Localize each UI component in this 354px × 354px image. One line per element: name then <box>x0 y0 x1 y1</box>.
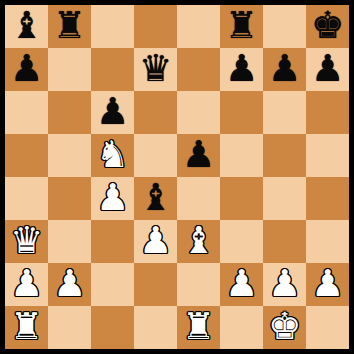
square-b4[interactable] <box>48 177 91 220</box>
square-a4[interactable] <box>5 177 48 220</box>
square-g6[interactable] <box>263 91 306 134</box>
square-e3[interactable]: ♝ <box>177 220 220 263</box>
piece-black-queen[interactable]: ♛ <box>139 47 172 90</box>
piece-black-rook[interactable]: ♜ <box>53 4 86 47</box>
piece-white-knight[interactable]: ♞ <box>96 133 129 176</box>
square-a3[interactable]: ♛ <box>5 220 48 263</box>
square-f1[interactable] <box>220 306 263 349</box>
piece-white-pawn[interactable]: ♟ <box>139 219 172 262</box>
square-g5[interactable] <box>263 134 306 177</box>
square-b5[interactable] <box>48 134 91 177</box>
square-d8[interactable] <box>134 5 177 48</box>
chess-board-frame: ♝♜♜♚♟♛♟♟♟♟♞♟♟♝♛♟♝♟♟♟♟♟♜♜♚ <box>0 0 354 354</box>
square-c4[interactable]: ♟ <box>91 177 134 220</box>
square-g4[interactable] <box>263 177 306 220</box>
square-h8[interactable]: ♚ <box>306 5 349 48</box>
square-g7[interactable]: ♟ <box>263 48 306 91</box>
square-b7[interactable] <box>48 48 91 91</box>
piece-white-rook[interactable]: ♜ <box>10 305 43 348</box>
square-h3[interactable] <box>306 220 349 263</box>
square-b3[interactable] <box>48 220 91 263</box>
square-c8[interactable] <box>91 5 134 48</box>
square-e1[interactable]: ♜ <box>177 306 220 349</box>
square-e4[interactable] <box>177 177 220 220</box>
square-g3[interactable] <box>263 220 306 263</box>
piece-white-pawn[interactable]: ♟ <box>96 176 129 219</box>
square-d4[interactable]: ♝ <box>134 177 177 220</box>
square-d2[interactable] <box>134 263 177 306</box>
square-f6[interactable] <box>220 91 263 134</box>
piece-white-pawn[interactable]: ♟ <box>225 262 258 305</box>
square-d5[interactable] <box>134 134 177 177</box>
square-e2[interactable] <box>177 263 220 306</box>
piece-white-pawn[interactable]: ♟ <box>268 262 301 305</box>
piece-white-queen[interactable]: ♛ <box>10 219 43 262</box>
square-b8[interactable]: ♜ <box>48 5 91 48</box>
square-g1[interactable]: ♚ <box>263 306 306 349</box>
square-a6[interactable] <box>5 91 48 134</box>
square-d6[interactable] <box>134 91 177 134</box>
square-h5[interactable] <box>306 134 349 177</box>
piece-black-king[interactable]: ♚ <box>311 4 344 47</box>
piece-black-bishop[interactable]: ♝ <box>10 4 43 47</box>
square-f8[interactable]: ♜ <box>220 5 263 48</box>
square-a2[interactable]: ♟ <box>5 263 48 306</box>
piece-white-pawn[interactable]: ♟ <box>53 262 86 305</box>
square-d1[interactable] <box>134 306 177 349</box>
square-c1[interactable] <box>91 306 134 349</box>
square-a1[interactable]: ♜ <box>5 306 48 349</box>
piece-white-king[interactable]: ♚ <box>268 305 301 348</box>
square-h2[interactable]: ♟ <box>306 263 349 306</box>
square-a5[interactable] <box>5 134 48 177</box>
piece-white-bishop[interactable]: ♝ <box>182 219 215 262</box>
square-c3[interactable] <box>91 220 134 263</box>
square-h4[interactable] <box>306 177 349 220</box>
square-e5[interactable]: ♟ <box>177 134 220 177</box>
piece-black-pawn[interactable]: ♟ <box>10 47 43 90</box>
square-c6[interactable]: ♟ <box>91 91 134 134</box>
piece-black-rook[interactable]: ♜ <box>225 4 258 47</box>
square-b2[interactable]: ♟ <box>48 263 91 306</box>
piece-black-pawn[interactable]: ♟ <box>311 47 344 90</box>
piece-white-pawn[interactable]: ♟ <box>10 262 43 305</box>
square-a8[interactable]: ♝ <box>5 5 48 48</box>
square-b6[interactable] <box>48 91 91 134</box>
piece-black-pawn[interactable]: ♟ <box>268 47 301 90</box>
square-c7[interactable] <box>91 48 134 91</box>
square-e7[interactable] <box>177 48 220 91</box>
piece-white-pawn[interactable]: ♟ <box>311 262 344 305</box>
square-d7[interactable]: ♛ <box>134 48 177 91</box>
square-f3[interactable] <box>220 220 263 263</box>
piece-black-pawn[interactable]: ♟ <box>225 47 258 90</box>
square-g2[interactable]: ♟ <box>263 263 306 306</box>
square-b1[interactable] <box>48 306 91 349</box>
square-d3[interactable]: ♟ <box>134 220 177 263</box>
square-f5[interactable] <box>220 134 263 177</box>
piece-black-pawn[interactable]: ♟ <box>96 90 129 133</box>
piece-white-rook[interactable]: ♜ <box>182 305 215 348</box>
piece-black-bishop[interactable]: ♝ <box>139 176 172 219</box>
square-h1[interactable] <box>306 306 349 349</box>
square-c2[interactable] <box>91 263 134 306</box>
piece-black-pawn[interactable]: ♟ <box>182 133 215 176</box>
square-c5[interactable]: ♞ <box>91 134 134 177</box>
chess-board: ♝♜♜♚♟♛♟♟♟♟♞♟♟♝♛♟♝♟♟♟♟♟♜♜♚ <box>5 5 349 349</box>
square-g8[interactable] <box>263 5 306 48</box>
square-a7[interactable]: ♟ <box>5 48 48 91</box>
square-e6[interactable] <box>177 91 220 134</box>
square-f7[interactable]: ♟ <box>220 48 263 91</box>
square-f4[interactable] <box>220 177 263 220</box>
square-e8[interactable] <box>177 5 220 48</box>
square-h7[interactable]: ♟ <box>306 48 349 91</box>
square-f2[interactable]: ♟ <box>220 263 263 306</box>
square-h6[interactable] <box>306 91 349 134</box>
